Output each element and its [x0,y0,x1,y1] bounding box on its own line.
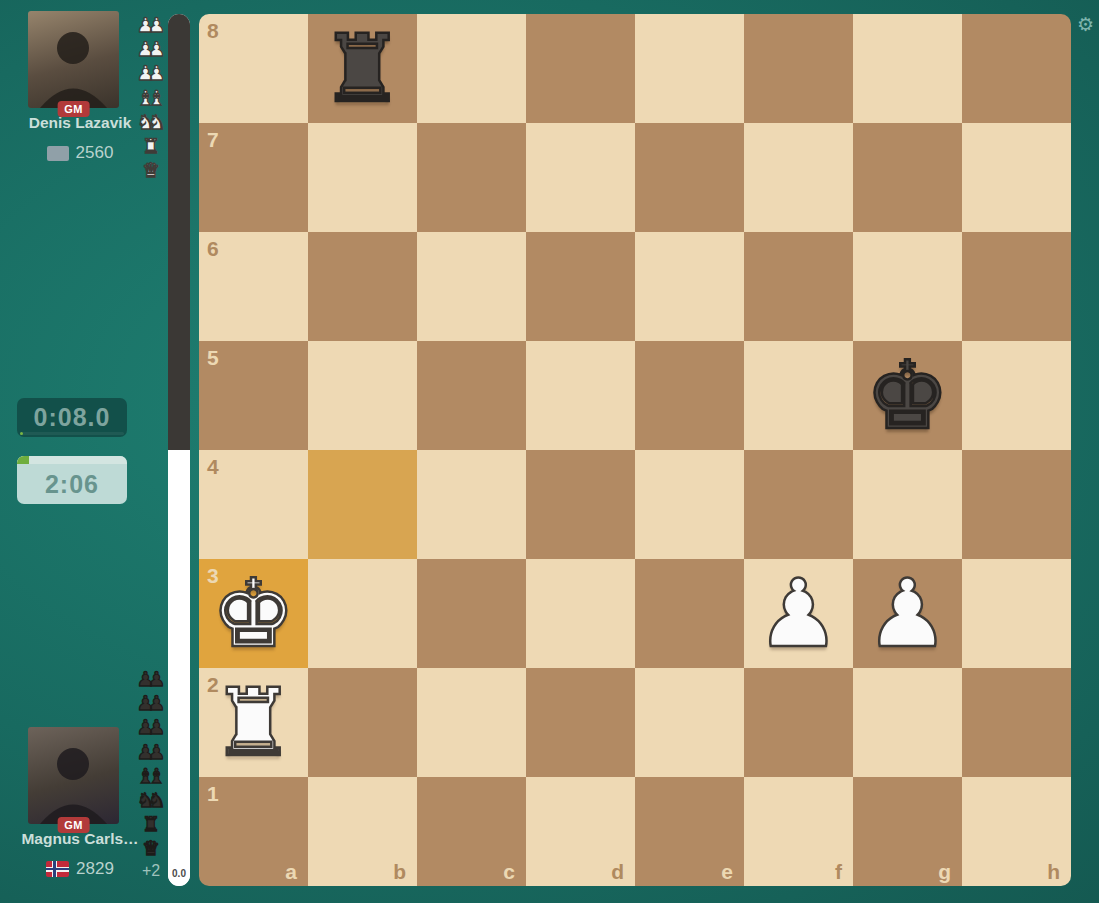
square-c5[interactable] [417,341,526,450]
square-b8[interactable]: ♜ [308,14,417,123]
square-a4[interactable]: 4 [199,450,308,559]
square-a6[interactable]: 6 [199,232,308,341]
rank-label-5: 5 [207,347,219,368]
square-f6[interactable] [744,232,853,341]
neutral-flag-icon [47,146,69,161]
square-g6[interactable] [853,232,962,341]
square-d6[interactable] [526,232,635,341]
square-h7[interactable] [962,123,1071,232]
avatar-silhouette [28,11,119,108]
square-d8[interactable] [526,14,635,123]
square-d7[interactable] [526,123,635,232]
square-b5[interactable] [308,341,417,450]
square-b7[interactable] [308,123,417,232]
square-a2[interactable]: 2♜ [199,668,308,777]
square-h6[interactable] [962,232,1071,341]
captured-pieces-row: ♟♟ [137,13,166,37]
square-g4[interactable] [853,450,962,559]
white-rook[interactable]: ♜ [199,668,308,777]
square-d4[interactable] [526,450,635,559]
clock-bottom: 2:06 [17,456,127,504]
square-h1[interactable]: h [962,777,1071,886]
square-f4[interactable] [744,450,853,559]
app: GM Denis Lazavik 2560 0:08.0 2:06 GM Mag… [0,0,1099,903]
file-label-h: h [1047,861,1060,882]
norway-flag-icon [46,861,69,877]
square-g5[interactable]: ♚ [853,341,962,450]
file-label-c: c [503,861,515,882]
captured-pieces-row: ♜ [142,812,160,836]
file-label-d: d [611,861,624,882]
captured-pieces-row: ♟♟ [137,61,166,85]
square-a8[interactable]: 8 [199,14,308,123]
square-h8[interactable] [962,14,1071,123]
rank-label-1: 1 [207,783,219,804]
square-g1[interactable]: g [853,777,962,886]
square-b6[interactable] [308,232,417,341]
eval-bar: 0.0 [168,14,190,886]
square-f5[interactable] [744,341,853,450]
eval-value: 0.0 [168,868,190,879]
square-d1[interactable]: d [526,777,635,886]
square-b2[interactable] [308,668,417,777]
square-e5[interactable] [635,341,744,450]
square-c2[interactable] [417,668,526,777]
square-c3[interactable] [417,559,526,668]
square-e2[interactable] [635,668,744,777]
chess-board: 8♜765♚43♚♟♟2♜1abcdefgh [199,14,1071,886]
square-d2[interactable] [526,668,635,777]
square-g8[interactable] [853,14,962,123]
clock-bottom-progress-fill [17,456,29,464]
white-king[interactable]: ♚ [199,559,308,668]
square-g3[interactable]: ♟ [853,559,962,668]
captured-pieces-row: ♝♝ [137,86,166,110]
square-f8[interactable] [744,14,853,123]
square-e4[interactable] [635,450,744,559]
captured-pieces-row: ♞♞ [137,788,166,812]
square-c4[interactable] [417,450,526,559]
square-h2[interactable] [962,668,1071,777]
captured-pieces-row: ♜ [142,134,160,158]
file-label-b: b [393,861,406,882]
square-d5[interactable] [526,341,635,450]
square-h4[interactable] [962,450,1071,559]
square-h3[interactable] [962,559,1071,668]
material-advantage: +2 [134,862,168,880]
square-h5[interactable] [962,341,1071,450]
square-f3[interactable]: ♟ [744,559,853,668]
square-a5[interactable]: 5 [199,341,308,450]
captured-pieces-top: ♟♟♟♟♟♟♝♝♞♞♜♛ [134,13,168,182]
captured-pieces-row: ♟♟ [137,691,166,715]
square-e6[interactable] [635,232,744,341]
clock-top-time: 0:08.0 [34,403,111,432]
black-king[interactable]: ♚ [853,341,962,450]
square-d3[interactable] [526,559,635,668]
square-a1[interactable]: 1a [199,777,308,886]
square-c6[interactable] [417,232,526,341]
player-photo-bottom: GM [28,727,119,824]
square-c8[interactable] [417,14,526,123]
file-label-g: g [938,861,951,882]
captured-pieces-row: ♟♟ [137,715,166,739]
square-e8[interactable] [635,14,744,123]
captured-pieces-row: ♟♟ [137,667,166,691]
white-pawn[interactable]: ♟ [853,559,962,668]
clock-top-progress [20,432,124,435]
square-g2[interactable] [853,668,962,777]
square-c1[interactable]: c [417,777,526,886]
captured-pieces-row: ♛ [142,158,160,182]
captured-pieces-row: ♞♞ [137,110,166,134]
square-c7[interactable] [417,123,526,232]
clock-bottom-progress [17,456,127,464]
captured-pieces-row: ♝♝ [137,764,166,788]
clock-top-progress-fill [20,432,23,435]
black-rook[interactable]: ♜ [308,14,417,123]
captured-pieces-row: ♛ [142,836,160,860]
captured-pieces-row: ♟♟ [137,37,166,61]
player-photo-top: GM [28,11,119,108]
rank-label-6: 6 [207,238,219,259]
file-label-e: e [721,861,733,882]
avatar-silhouette [28,727,119,824]
player-rating-bottom: 2829 [76,859,114,879]
rank-label-8: 8 [207,20,219,41]
file-label-f: f [835,861,842,882]
square-f7[interactable] [744,123,853,232]
captured-pieces-bottom: ♟♟♟♟♟♟♟♟♝♝♞♞♜♛ [134,667,168,861]
square-a7[interactable]: 7 [199,123,308,232]
square-b3[interactable] [308,559,417,668]
file-label-a: a [285,861,297,882]
white-pawn[interactable]: ♟ [744,559,853,668]
eval-black-portion [168,14,190,450]
square-e7[interactable] [635,123,744,232]
square-f2[interactable] [744,668,853,777]
clock-top: 0:08.0 [17,398,127,437]
rank-label-7: 7 [207,129,219,150]
clock-bottom-time: 2:06 [17,464,127,504]
captured-pieces-row: ♟♟ [137,740,166,764]
square-g7[interactable] [853,123,962,232]
settings-gear-icon[interactable]: ⚙ [1077,13,1094,35]
square-a3[interactable]: 3♚ [199,559,308,668]
square-b4[interactable] [308,450,417,559]
rank-label-4: 4 [207,456,219,477]
square-f1[interactable]: f [744,777,853,886]
square-e1[interactable]: e [635,777,744,886]
player-rating-top: 2560 [76,143,114,163]
square-e3[interactable] [635,559,744,668]
square-b1[interactable]: b [308,777,417,886]
eval-white-portion: 0.0 [168,450,190,886]
